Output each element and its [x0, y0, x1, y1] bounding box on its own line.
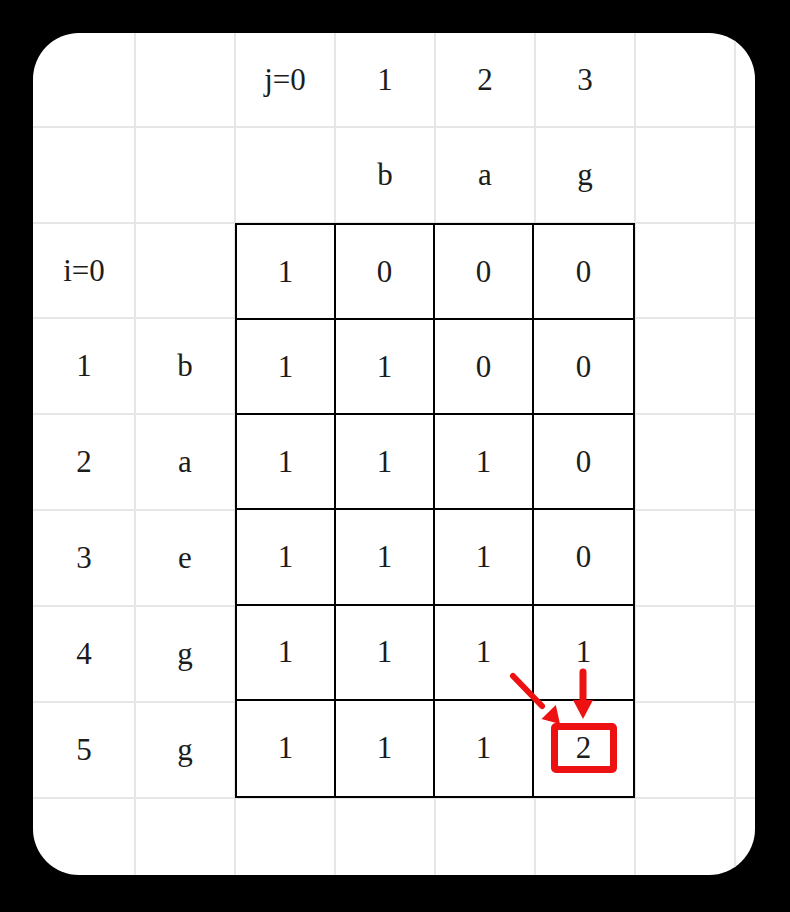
dp-cell: 0 — [534, 510, 633, 605]
screenshot-root: j=0 1 2 3 b a g i=0 1 2 3 4 5 b a e g g … — [0, 0, 790, 912]
dp-cell: 1 — [435, 701, 534, 796]
row-header-i1: 1 — [33, 318, 135, 414]
dp-cell: 1 — [237, 510, 336, 605]
dp-cell: 1 — [336, 510, 435, 605]
dp-cell: 0 — [534, 225, 633, 320]
dp-cell: 1 — [336, 320, 435, 415]
dp-cell: 0 — [336, 225, 435, 320]
row-header-i2: 2 — [33, 414, 135, 510]
dp-result-value: 2 — [576, 730, 592, 766]
dp-cell: 1 — [237, 225, 336, 320]
dp-cell: 0 — [534, 320, 633, 415]
row-header-i0: i=0 — [33, 223, 135, 318]
row-letter-b: b — [135, 318, 235, 414]
row-letter-g2: g — [135, 702, 235, 798]
row-header-i5: 5 — [33, 702, 135, 798]
dp-cell: 1 — [237, 606, 336, 701]
dp-cell: 1 — [435, 510, 534, 605]
row-letter-g1: g — [135, 606, 235, 702]
row-header-i3: 3 — [33, 510, 135, 606]
dp-cell: 0 — [534, 415, 633, 510]
col-letter-a: a — [435, 127, 535, 223]
col-header-j1: 1 — [335, 33, 435, 127]
dp-cell: 0 — [435, 225, 534, 320]
row-letter-a: a — [135, 414, 235, 510]
col-letter-g: g — [535, 127, 635, 223]
dp-cell: 0 — [435, 320, 534, 415]
row-letter-e: e — [135, 510, 235, 606]
worksheet-card: j=0 1 2 3 b a g i=0 1 2 3 4 5 b a e g g … — [33, 33, 755, 875]
row-header-i4: 4 — [33, 606, 135, 702]
dp-cell: 1 — [237, 415, 336, 510]
worksheet-layout: j=0 1 2 3 b a g i=0 1 2 3 4 5 b a e g g … — [33, 33, 755, 875]
col-header-j0: j=0 — [235, 33, 335, 127]
col-header-j2: 2 — [435, 33, 535, 127]
dp-cell-highlighted: 2 — [534, 701, 633, 796]
dp-cell: 1 — [237, 320, 336, 415]
dp-cell: 1 — [435, 606, 534, 701]
dp-table: 1 0 0 0 1 1 0 0 1 1 1 0 1 1 1 0 1 1 1 1 — [235, 223, 635, 798]
dp-cell: 1 — [336, 415, 435, 510]
highlight-box: 2 — [551, 723, 617, 773]
dp-cell: 1 — [534, 606, 633, 701]
col-header-j3: 3 — [535, 33, 635, 127]
dp-cell: 1 — [336, 606, 435, 701]
dp-cell: 1 — [237, 701, 336, 796]
dp-cell: 1 — [336, 701, 435, 796]
col-letter-b: b — [335, 127, 435, 223]
dp-cell: 1 — [435, 415, 534, 510]
